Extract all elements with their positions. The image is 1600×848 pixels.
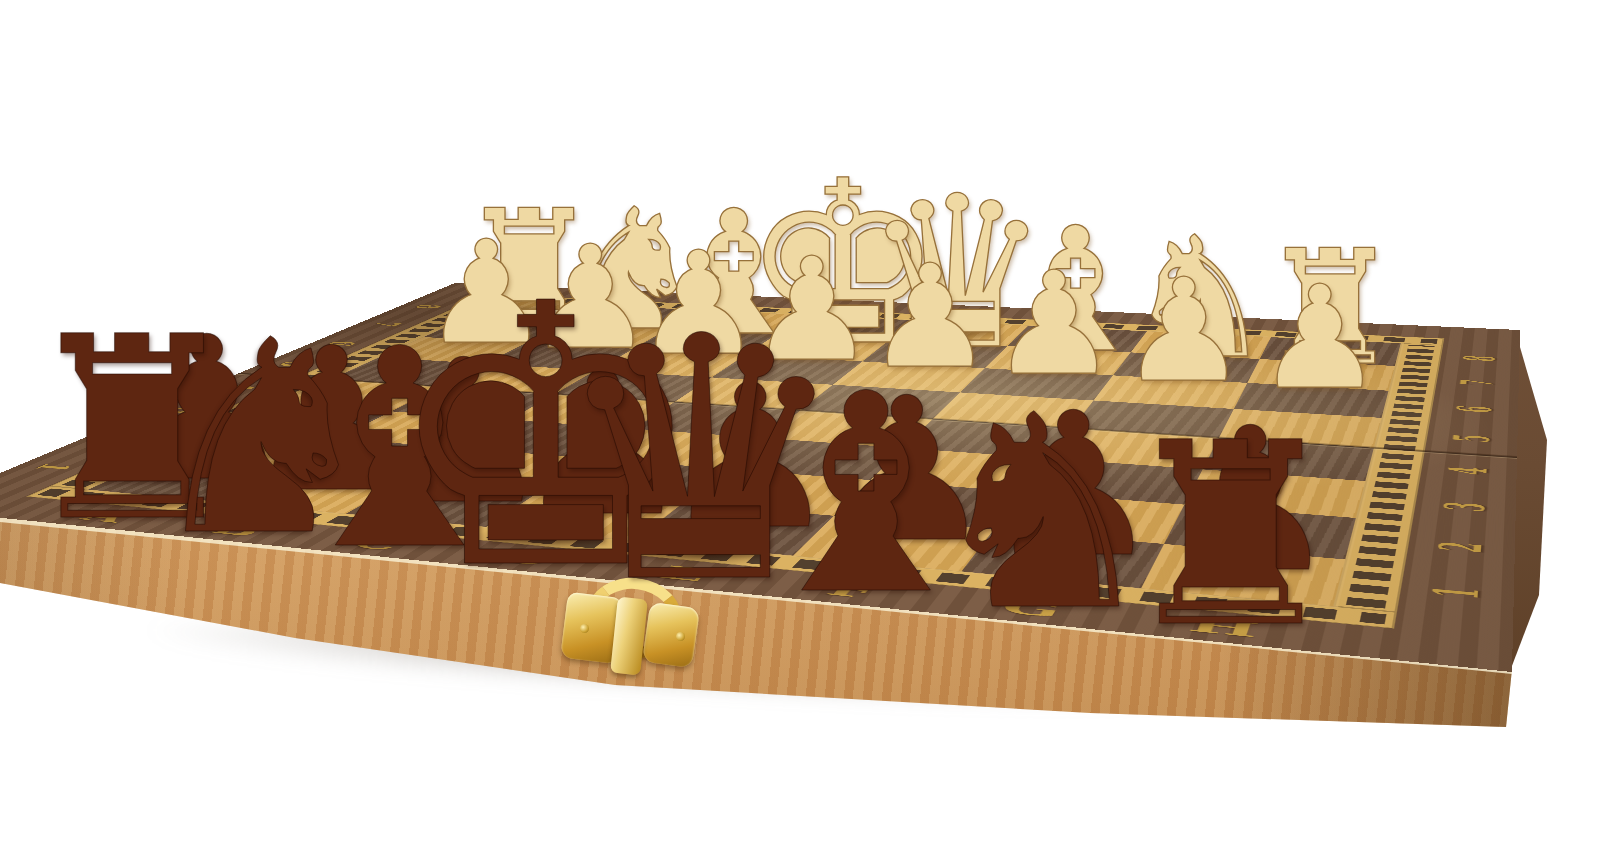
- chess-set-photo: ABCDEFGH1122334455667788 ♜♞♝♚♛♝♞♜♟♟♟♟♟♟♟…: [0, 0, 1600, 848]
- rank-label-right-6: 6: [1448, 405, 1503, 414]
- rank-label-right-8: 8: [1455, 355, 1505, 362]
- rank-label-right-7: 7: [1452, 379, 1504, 387]
- rank-label-right-2: 2: [1428, 540, 1496, 555]
- rank-label-right-3: 3: [1433, 500, 1497, 513]
- dark-rook-h1[interactable]: ♜: [1117, 410, 1344, 663]
- rank-label-right-5: 5: [1443, 433, 1500, 443]
- rank-label-right-4: 4: [1439, 465, 1499, 476]
- rank-label-right-1: 1: [1421, 584, 1493, 601]
